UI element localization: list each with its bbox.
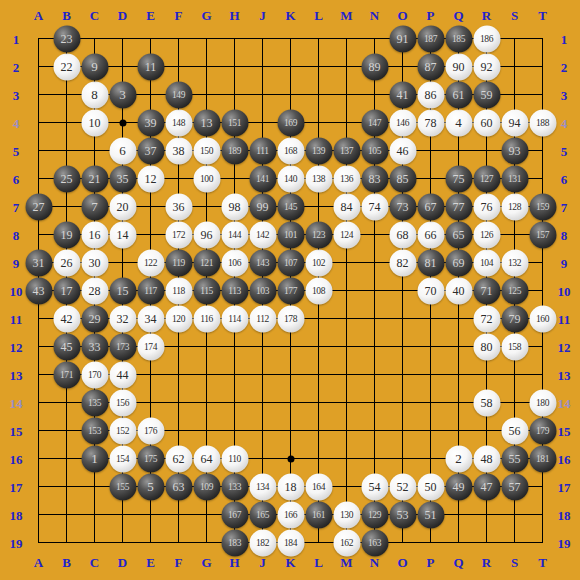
row-label-left-2: 2 [13, 60, 20, 73]
stone-black-25-B6[interactable]: 25 [53, 165, 80, 192]
stone-black-157-T8[interactable]: 157 [529, 221, 556, 248]
stone-black-61-Q3[interactable]: 61 [445, 81, 472, 108]
row-label-left-3: 3 [13, 88, 20, 101]
stone-white-54-N17[interactable]: 54 [361, 473, 388, 500]
stone-black-105-N5[interactable]: 105 [361, 137, 388, 164]
stone-white-172-F8[interactable]: 172 [165, 221, 192, 248]
col-label-top-T: T [538, 9, 547, 22]
stone-white-132-S9[interactable]: 132 [501, 249, 528, 276]
stone-black-111-J5[interactable]: 111 [249, 137, 276, 164]
stone-black-187-P1[interactable]: 187 [417, 25, 444, 52]
stone-white-178-K11[interactable]: 178 [277, 305, 304, 332]
row-label-right-13: 13 [558, 368, 571, 381]
stone-white-28-C10[interactable]: 28 [81, 277, 108, 304]
row-label-right-5: 5 [561, 144, 568, 157]
row-label-left-18: 18 [10, 508, 23, 521]
row-label-right-18: 18 [558, 508, 571, 521]
col-label-bottom-L: L [314, 556, 323, 569]
stone-white-2-Q16[interactable]: 2 [445, 445, 472, 472]
col-label-top-B: B [62, 9, 71, 22]
stone-black-73-O7[interactable]: 73 [389, 193, 416, 220]
row-label-left-10: 10 [10, 284, 23, 297]
row-label-left-15: 15 [10, 424, 23, 437]
stone-white-148-F4[interactable]: 148 [165, 109, 192, 136]
row-label-right-14: 14 [558, 396, 571, 409]
stone-white-68-O8[interactable]: 68 [389, 221, 416, 248]
stone-white-42-B11[interactable]: 42 [53, 305, 80, 332]
stone-white-108-L10[interactable]: 108 [305, 277, 332, 304]
stone-black-69-Q9[interactable]: 69 [445, 249, 472, 276]
col-label-top-E: E [146, 9, 155, 22]
stone-black-121-G9[interactable]: 121 [193, 249, 220, 276]
stone-white-82-O9[interactable]: 82 [389, 249, 416, 276]
stone-black-159-T7[interactable]: 159 [529, 193, 556, 220]
stone-black-39-E4[interactable]: 39 [137, 109, 164, 136]
stone-white-34-E11[interactable]: 34 [137, 305, 164, 332]
stone-white-122-E9[interactable]: 122 [137, 249, 164, 276]
stone-white-84-M7[interactable]: 84 [333, 193, 360, 220]
stone-white-134-J17[interactable]: 134 [249, 473, 276, 500]
col-label-bottom-P: P [427, 556, 435, 569]
col-label-bottom-H: H [229, 556, 239, 569]
stone-black-49-Q17[interactable]: 49 [445, 473, 472, 500]
stone-white-58-R14[interactable]: 58 [473, 389, 500, 416]
stone-white-176-E15[interactable]: 176 [137, 417, 164, 444]
row-label-left-1: 1 [13, 32, 20, 45]
stone-white-118-F10[interactable]: 118 [165, 277, 192, 304]
stone-black-91-O1[interactable]: 91 [389, 25, 416, 52]
stone-black-137-M5[interactable]: 137 [333, 137, 360, 164]
stone-black-41-O3[interactable]: 41 [389, 81, 416, 108]
stone-black-35-D6[interactable]: 35 [109, 165, 136, 192]
stone-black-11-E2[interactable]: 11 [137, 53, 164, 80]
stone-white-38-F5[interactable]: 38 [165, 137, 192, 164]
stone-white-20-D7[interactable]: 20 [109, 193, 136, 220]
stone-white-96-G8[interactable]: 96 [193, 221, 220, 248]
stone-white-18-K17[interactable]: 18 [277, 473, 304, 500]
row-label-left-4: 4 [13, 116, 20, 129]
row-label-right-2: 2 [561, 60, 568, 73]
stone-white-60-R4[interactable]: 60 [473, 109, 500, 136]
stone-white-102-L9[interactable]: 102 [305, 249, 332, 276]
col-label-top-K: K [285, 9, 295, 22]
stone-black-135-C14[interactable]: 135 [81, 389, 108, 416]
stone-black-165-J18[interactable]: 165 [249, 501, 276, 528]
stone-black-1-C16[interactable]: 1 [81, 445, 108, 472]
stone-white-90-Q2[interactable]: 90 [445, 53, 472, 80]
stone-black-149-F3[interactable]: 149 [165, 81, 192, 108]
stone-black-23-B1[interactable]: 23 [53, 25, 80, 52]
stone-black-171-B13[interactable]: 171 [53, 361, 80, 388]
stone-black-101-K8[interactable]: 101 [277, 221, 304, 248]
stone-black-31-A9[interactable]: 31 [25, 249, 52, 276]
row-label-left-12: 12 [10, 340, 23, 353]
row-label-left-14: 14 [10, 396, 23, 409]
col-label-top-A: A [34, 9, 43, 22]
stone-black-109-G17[interactable]: 109 [193, 473, 220, 500]
stone-white-126-R8[interactable]: 126 [473, 221, 500, 248]
stone-white-56-S15[interactable]: 56 [501, 417, 528, 444]
col-label-bottom-E: E [146, 556, 155, 569]
stone-black-67-P7[interactable]: 67 [417, 193, 444, 220]
stone-white-70-P10[interactable]: 70 [417, 277, 444, 304]
stone-white-22-B2[interactable]: 22 [53, 53, 80, 80]
stone-black-33-C12[interactable]: 33 [81, 333, 108, 360]
stone-white-4-Q4[interactable]: 4 [445, 109, 472, 136]
stone-black-161-L18[interactable]: 161 [305, 501, 332, 528]
row-label-left-7: 7 [13, 200, 20, 213]
stone-white-152-D15[interactable]: 152 [109, 417, 136, 444]
stone-white-10-C4[interactable]: 10 [81, 109, 108, 136]
col-label-top-P: P [427, 9, 435, 22]
stone-white-184-K19[interactable]: 184 [277, 529, 304, 556]
stone-white-86-P3[interactable]: 86 [417, 81, 444, 108]
stone-black-19-B8[interactable]: 19 [53, 221, 80, 248]
stone-black-9-C2[interactable]: 9 [81, 53, 108, 80]
col-label-top-G: G [201, 9, 211, 22]
stone-white-170-C13[interactable]: 170 [81, 361, 108, 388]
row-label-right-19: 19 [558, 536, 571, 549]
stone-white-104-R9[interactable]: 104 [473, 249, 500, 276]
star-point-D4 [119, 119, 126, 126]
stone-black-181-T16[interactable]: 181 [529, 445, 556, 472]
col-label-bottom-M: M [340, 556, 352, 569]
stone-black-85-O6[interactable]: 85 [389, 165, 416, 192]
stone-white-80-R12[interactable]: 80 [473, 333, 500, 360]
stone-black-57-S17[interactable]: 57 [501, 473, 528, 500]
col-label-top-S: S [511, 9, 518, 22]
col-label-bottom-Q: Q [453, 556, 463, 569]
stone-black-129-N18[interactable]: 129 [361, 501, 388, 528]
col-label-bottom-S: S [511, 556, 518, 569]
stone-white-168-K5[interactable]: 168 [277, 137, 304, 164]
stone-black-89-N2[interactable]: 89 [361, 53, 388, 80]
stone-white-144-H8[interactable]: 144 [221, 221, 248, 248]
stone-white-106-H9[interactable]: 106 [221, 249, 248, 276]
stone-black-127-R6[interactable]: 127 [473, 165, 500, 192]
stone-white-12-E6[interactable]: 12 [137, 165, 164, 192]
stone-black-115-G10[interactable]: 115 [193, 277, 220, 304]
go-board[interactable]: AABBCCDDEEFFGGHHJJKKLLMMNNOOPPQQRRSSTT11… [0, 0, 580, 580]
row-label-left-19: 19 [10, 536, 23, 549]
stone-black-87-P2[interactable]: 87 [417, 53, 444, 80]
stone-black-133-H17[interactable]: 133 [221, 473, 248, 500]
row-label-left-16: 16 [10, 452, 23, 465]
stone-white-166-K18[interactable]: 166 [277, 501, 304, 528]
stone-black-125-S10[interactable]: 125 [501, 277, 528, 304]
star-point-K16 [287, 455, 294, 462]
stone-white-128-S7[interactable]: 128 [501, 193, 528, 220]
stone-white-164-L17[interactable]: 164 [305, 473, 332, 500]
row-label-left-6: 6 [13, 172, 20, 185]
col-label-top-F: F [175, 9, 183, 22]
row-label-right-9: 9 [561, 256, 568, 269]
col-label-top-J: J [259, 9, 266, 22]
stone-black-51-P18[interactable]: 51 [417, 501, 444, 528]
stone-black-77-Q7[interactable]: 77 [445, 193, 472, 220]
stone-white-114-H11[interactable]: 114 [221, 305, 248, 332]
stone-black-81-P9[interactable]: 81 [417, 249, 444, 276]
stone-black-27-A7[interactable]: 27 [25, 193, 52, 220]
stone-white-62-F16[interactable]: 62 [165, 445, 192, 472]
stone-white-112-J11[interactable]: 112 [249, 305, 276, 332]
col-label-top-L: L [314, 9, 323, 22]
stone-white-162-M19[interactable]: 162 [333, 529, 360, 556]
stone-black-183-H19[interactable]: 183 [221, 529, 248, 556]
row-label-right-1: 1 [561, 32, 568, 45]
stone-black-189-H5[interactable]: 189 [221, 137, 248, 164]
stone-white-48-R16[interactable]: 48 [473, 445, 500, 472]
row-label-right-15: 15 [558, 424, 571, 437]
row-label-right-12: 12 [558, 340, 571, 353]
row-label-left-11: 11 [10, 312, 22, 325]
stone-white-16-C8[interactable]: 16 [81, 221, 108, 248]
stone-white-14-D8[interactable]: 14 [109, 221, 136, 248]
stone-black-155-D17[interactable]: 155 [109, 473, 136, 500]
stone-black-131-S6[interactable]: 131 [501, 165, 528, 192]
stone-black-13-G4[interactable]: 13 [193, 109, 220, 136]
stone-black-21-C6[interactable]: 21 [81, 165, 108, 192]
stone-black-167-H18[interactable]: 167 [221, 501, 248, 528]
stone-black-175-E16[interactable]: 175 [137, 445, 164, 472]
stone-black-173-D12[interactable]: 173 [109, 333, 136, 360]
col-label-top-Q: Q [453, 9, 463, 22]
stone-white-156-D14[interactable]: 156 [109, 389, 136, 416]
stone-black-75-Q6[interactable]: 75 [445, 165, 472, 192]
stone-black-71-R10[interactable]: 71 [473, 277, 500, 304]
stone-black-143-J9[interactable]: 143 [249, 249, 276, 276]
col-label-top-D: D [118, 9, 127, 22]
stone-black-145-K7[interactable]: 145 [277, 193, 304, 220]
stone-white-142-J8[interactable]: 142 [249, 221, 276, 248]
stone-black-117-E10[interactable]: 117 [137, 277, 164, 304]
stone-white-26-B9[interactable]: 26 [53, 249, 80, 276]
stone-black-123-L8[interactable]: 123 [305, 221, 332, 248]
row-label-right-3: 3 [561, 88, 568, 101]
stone-black-185-Q1[interactable]: 185 [445, 25, 472, 52]
col-label-top-R: R [482, 9, 491, 22]
stone-black-139-L5[interactable]: 139 [305, 137, 332, 164]
stone-white-120-F11[interactable]: 120 [165, 305, 192, 332]
stone-black-169-K4[interactable]: 169 [277, 109, 304, 136]
col-label-bottom-D: D [118, 556, 127, 569]
col-label-bottom-K: K [285, 556, 295, 569]
row-label-right-16: 16 [558, 452, 571, 465]
stone-white-44-D13[interactable]: 44 [109, 361, 136, 388]
stone-white-66-P8[interactable]: 66 [417, 221, 444, 248]
stone-white-32-D11[interactable]: 32 [109, 305, 136, 332]
stone-white-76-R7[interactable]: 76 [473, 193, 500, 220]
stone-white-98-H7[interactable]: 98 [221, 193, 248, 220]
stone-white-188-T4[interactable]: 188 [529, 109, 556, 136]
stone-white-174-E12[interactable]: 174 [137, 333, 164, 360]
stone-white-124-M8[interactable]: 124 [333, 221, 360, 248]
row-label-left-13: 13 [10, 368, 23, 381]
row-label-right-10: 10 [558, 284, 571, 297]
col-label-bottom-F: F [175, 556, 183, 569]
stone-white-8-C3[interactable]: 8 [81, 81, 108, 108]
stone-black-43-A10[interactable]: 43 [25, 277, 52, 304]
stone-black-93-S5[interactable]: 93 [501, 137, 528, 164]
stone-black-55-S16[interactable]: 55 [501, 445, 528, 472]
col-label-top-C: C [90, 9, 99, 22]
stone-black-147-N4[interactable]: 147 [361, 109, 388, 136]
stone-black-141-J6[interactable]: 141 [249, 165, 276, 192]
col-label-top-O: O [397, 9, 407, 22]
stone-black-65-Q8[interactable]: 65 [445, 221, 472, 248]
stone-black-99-J7[interactable]: 99 [249, 193, 276, 220]
col-label-bottom-T: T [538, 556, 547, 569]
stone-white-146-O4[interactable]: 146 [389, 109, 416, 136]
stone-black-179-T15[interactable]: 179 [529, 417, 556, 444]
row-label-right-17: 17 [558, 480, 571, 493]
stone-black-7-C7[interactable]: 7 [81, 193, 108, 220]
row-label-left-9: 9 [13, 256, 20, 269]
stone-black-37-E5[interactable]: 37 [137, 137, 164, 164]
stone-white-36-F7[interactable]: 36 [165, 193, 192, 220]
stone-white-6-D5[interactable]: 6 [109, 137, 136, 164]
stone-white-30-C9[interactable]: 30 [81, 249, 108, 276]
stone-black-63-F17[interactable]: 63 [165, 473, 192, 500]
stone-black-83-N6[interactable]: 83 [361, 165, 388, 192]
stone-white-150-G5[interactable]: 150 [193, 137, 220, 164]
row-label-left-5: 5 [13, 144, 20, 157]
stone-white-182-J19[interactable]: 182 [249, 529, 276, 556]
col-label-bottom-R: R [482, 556, 491, 569]
stone-white-46-O5[interactable]: 46 [389, 137, 416, 164]
stone-white-138-L6[interactable]: 138 [305, 165, 332, 192]
stone-black-17-B10[interactable]: 17 [53, 277, 80, 304]
stone-black-107-K9[interactable]: 107 [277, 249, 304, 276]
stone-black-119-F9[interactable]: 119 [165, 249, 192, 276]
stone-white-160-T11[interactable]: 160 [529, 305, 556, 332]
stone-black-59-R3[interactable]: 59 [473, 81, 500, 108]
stone-black-153-C15[interactable]: 153 [81, 417, 108, 444]
stone-black-163-N19[interactable]: 163 [361, 529, 388, 556]
col-label-bottom-O: O [397, 556, 407, 569]
stone-black-29-C11[interactable]: 29 [81, 305, 108, 332]
stone-white-180-T14[interactable]: 180 [529, 389, 556, 416]
stone-white-154-D16[interactable]: 154 [109, 445, 136, 472]
stone-black-15-D10[interactable]: 15 [109, 277, 136, 304]
stone-white-74-N7[interactable]: 74 [361, 193, 388, 220]
row-label-right-11: 11 [558, 312, 570, 325]
col-label-top-H: H [229, 9, 239, 22]
stone-black-103-J10[interactable]: 103 [249, 277, 276, 304]
stone-white-116-G11[interactable]: 116 [193, 305, 220, 332]
stone-black-113-H10[interactable]: 113 [221, 277, 248, 304]
stone-white-110-H16[interactable]: 110 [221, 445, 248, 472]
stone-black-45-B12[interactable]: 45 [53, 333, 80, 360]
col-label-bottom-G: G [201, 556, 211, 569]
stone-white-52-O17[interactable]: 52 [389, 473, 416, 500]
stone-white-72-R11[interactable]: 72 [473, 305, 500, 332]
stone-white-40-Q10[interactable]: 40 [445, 277, 472, 304]
row-label-right-8: 8 [561, 228, 568, 241]
stone-white-94-S4[interactable]: 94 [501, 109, 528, 136]
col-label-top-M: M [340, 9, 352, 22]
row-label-right-7: 7 [561, 200, 568, 213]
stone-white-64-G16[interactable]: 64 [193, 445, 220, 472]
col-label-bottom-C: C [90, 556, 99, 569]
stone-white-92-R2[interactable]: 92 [473, 53, 500, 80]
col-label-top-N: N [370, 9, 379, 22]
stone-white-50-P17[interactable]: 50 [417, 473, 444, 500]
row-label-left-8: 8 [13, 228, 20, 241]
grid-line-vertical [346, 38, 347, 543]
row-label-right-4: 4 [561, 116, 568, 129]
stone-white-78-P4[interactable]: 78 [417, 109, 444, 136]
row-label-right-6: 6 [561, 172, 568, 185]
stone-white-140-K6[interactable]: 140 [277, 165, 304, 192]
stone-black-79-S11[interactable]: 79 [501, 305, 528, 332]
col-label-bottom-B: B [62, 556, 71, 569]
col-label-bottom-N: N [370, 556, 379, 569]
stone-black-3-D3[interactable]: 3 [109, 81, 136, 108]
stone-white-100-G6[interactable]: 100 [193, 165, 220, 192]
col-label-bottom-A: A [34, 556, 43, 569]
col-label-bottom-J: J [259, 556, 266, 569]
stone-black-177-K10[interactable]: 177 [277, 277, 304, 304]
stone-black-47-R17[interactable]: 47 [473, 473, 500, 500]
stone-white-186-R1[interactable]: 186 [473, 25, 500, 52]
row-label-left-17: 17 [10, 480, 23, 493]
stone-black-151-H4[interactable]: 151 [221, 109, 248, 136]
stone-black-5-E17[interactable]: 5 [137, 473, 164, 500]
stone-white-136-M6[interactable]: 136 [333, 165, 360, 192]
stone-black-53-O18[interactable]: 53 [389, 501, 416, 528]
stone-white-130-M18[interactable]: 130 [333, 501, 360, 528]
stone-white-158-S12[interactable]: 158 [501, 333, 528, 360]
